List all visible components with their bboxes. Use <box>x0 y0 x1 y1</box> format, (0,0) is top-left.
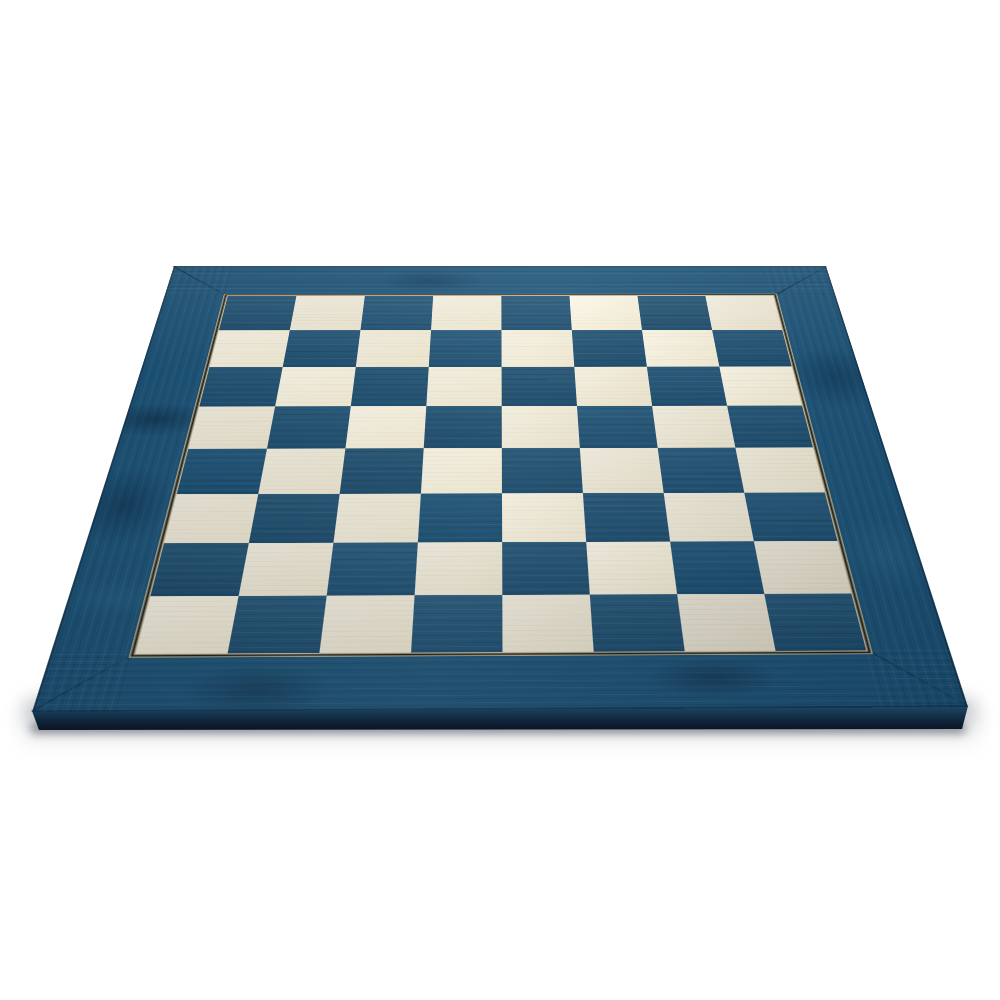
square-r7c5[interactable] <box>502 542 590 595</box>
square-r4c8[interactable] <box>727 406 813 448</box>
square-r4c2[interactable] <box>267 406 351 448</box>
square-r4c6[interactable] <box>577 406 658 448</box>
square-r2c3[interactable] <box>356 330 431 367</box>
square-r3c5[interactable] <box>502 367 577 406</box>
square-r8c7[interactable] <box>677 594 775 651</box>
square-r2c1[interactable] <box>209 330 289 367</box>
square-r8c8[interactable] <box>764 594 866 651</box>
square-r6c2[interactable] <box>249 494 340 543</box>
square-r3c2[interactable] <box>275 367 356 406</box>
square-r8c6[interactable] <box>590 594 685 652</box>
square-r6c3[interactable] <box>333 494 420 543</box>
square-r1c1[interactable] <box>219 296 296 330</box>
square-r6c1[interactable] <box>164 494 258 543</box>
square-r3c6[interactable] <box>574 367 652 406</box>
square-r1c3[interactable] <box>360 296 433 330</box>
square-r4c3[interactable] <box>345 406 426 448</box>
photo-background <box>0 0 1000 1000</box>
square-r5c8[interactable] <box>735 447 824 492</box>
square-r8c1[interactable] <box>136 596 239 654</box>
square-r2c4[interactable] <box>429 330 502 367</box>
board-grid <box>136 296 867 654</box>
square-r7c2[interactable] <box>239 543 334 596</box>
square-r6c7[interactable] <box>664 493 754 542</box>
square-r7c1[interactable] <box>150 543 248 596</box>
square-r5c7[interactable] <box>658 448 745 493</box>
square-r5c1[interactable] <box>177 449 267 495</box>
square-r4c7[interactable] <box>652 406 735 448</box>
square-r5c5[interactable] <box>502 448 583 493</box>
square-r3c3[interactable] <box>351 367 429 406</box>
square-r8c2[interactable] <box>228 596 327 654</box>
miter-seam-icon <box>173 266 229 297</box>
square-r1c7[interactable] <box>637 296 712 330</box>
square-r2c5[interactable] <box>501 330 574 367</box>
square-r2c7[interactable] <box>642 330 719 367</box>
square-r1c6[interactable] <box>569 296 642 330</box>
square-r1c2[interactable] <box>290 296 365 330</box>
square-r3c8[interactable] <box>719 366 802 405</box>
square-r5c3[interactable] <box>340 448 424 494</box>
miter-seam-icon <box>31 652 138 712</box>
board-frame <box>32 266 968 712</box>
square-r1c5[interactable] <box>501 296 571 330</box>
miter-seam-icon <box>772 266 827 297</box>
square-r3c1[interactable] <box>199 367 282 406</box>
square-r1c8[interactable] <box>705 296 782 330</box>
miter-seam-icon <box>864 648 969 707</box>
square-r7c7[interactable] <box>670 541 764 594</box>
square-r2c6[interactable] <box>572 330 647 367</box>
square-r4c4[interactable] <box>424 406 502 448</box>
square-r2c8[interactable] <box>712 330 792 367</box>
square-r4c5[interactable] <box>502 406 580 448</box>
square-r3c7[interactable] <box>647 367 727 406</box>
square-r7c4[interactable] <box>415 542 503 595</box>
square-r5c2[interactable] <box>258 448 345 494</box>
square-r8c4[interactable] <box>411 595 502 653</box>
square-r5c4[interactable] <box>421 448 502 493</box>
square-r4c1[interactable] <box>188 406 275 448</box>
square-r3c4[interactable] <box>426 367 501 406</box>
chessboard <box>32 266 968 712</box>
square-r7c8[interactable] <box>754 541 851 594</box>
square-r1c4[interactable] <box>431 296 501 330</box>
square-r7c6[interactable] <box>586 542 677 595</box>
square-r6c6[interactable] <box>583 493 670 542</box>
square-r7c3[interactable] <box>327 542 418 595</box>
square-r5c6[interactable] <box>580 448 664 493</box>
square-r8c3[interactable] <box>319 595 414 653</box>
square-r6c4[interactable] <box>418 493 502 542</box>
square-r8c5[interactable] <box>502 595 593 653</box>
square-r6c8[interactable] <box>744 492 837 541</box>
square-r2c2[interactable] <box>283 330 361 367</box>
square-r6c5[interactable] <box>502 493 586 542</box>
